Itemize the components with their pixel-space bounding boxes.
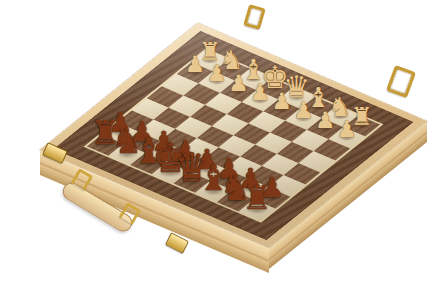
- piece-wP-d2[interactable]: ♟: [272, 91, 292, 114]
- piece-wP-e2[interactable]: ♟: [250, 81, 270, 104]
- piece-wP-b2[interactable]: ♟: [315, 109, 335, 132]
- piece-wP-c2[interactable]: ♟: [293, 100, 313, 123]
- chess-case-photo: ♜♞♟♝♟♚♟♛♟♝♟♞♟♜♟♟♟♟♜♟♞♟♝♟♚♟♛♟♝♟♞♜: [0, 0, 439, 295]
- piece-wP-f2[interactable]: ♟: [228, 72, 248, 95]
- piece-wP-a2[interactable]: ♟: [337, 118, 357, 141]
- piece-wP-g2[interactable]: ♟: [207, 63, 227, 86]
- piece-wP-h2[interactable]: ♟: [185, 53, 205, 76]
- piece-bR-a8[interactable]: ♜: [242, 182, 272, 215]
- hinge-icon: [243, 4, 265, 30]
- hinge-icon: [386, 65, 416, 98]
